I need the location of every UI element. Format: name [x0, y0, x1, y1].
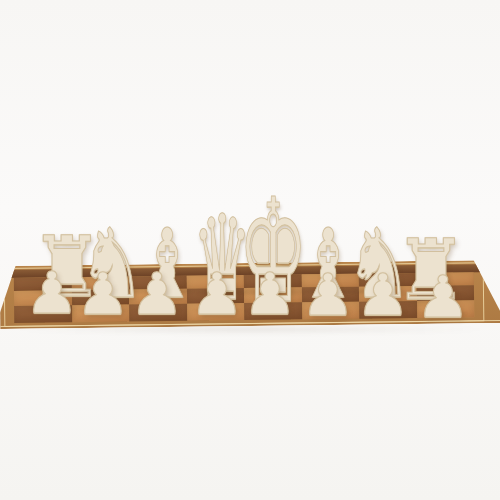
pieces: ♜ ♞ ♝ ♛ ♚ ♝ ♞ ♜ ♟ ♟ ♟ ♟ ♟ ♟ ♟ ♟: [0, 0, 500, 500]
white-pawn-5: ♟: [243, 265, 298, 323]
white-pawn-3: ♟: [130, 265, 185, 323]
white-pawn-6: ♟: [301, 266, 356, 324]
white-pawn-7: ♟: [356, 266, 411, 324]
white-pawn-4: ♟: [190, 265, 245, 323]
product-photo: ♜ ♞ ♝ ♛ ♚ ♝ ♞ ♜ ♟ ♟ ♟ ♟ ♟ ♟ ♟ ♟: [0, 0, 500, 500]
white-pawn-1: ♟: [25, 264, 80, 322]
white-pawn-2: ♟: [76, 265, 131, 323]
white-pawn-8: ♟: [416, 268, 471, 326]
